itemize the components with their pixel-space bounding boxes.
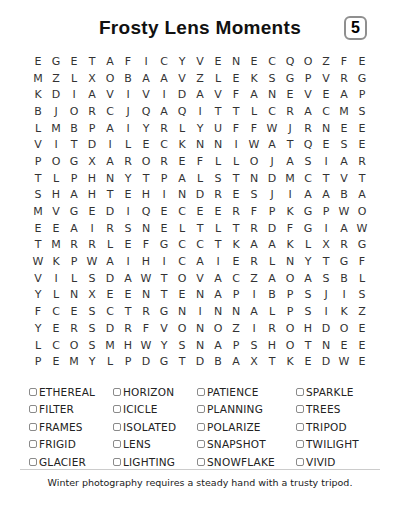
grid-cell-r15c9[interactable]: E bbox=[173, 287, 191, 304]
grid-cell-r18c18[interactable]: E bbox=[335, 337, 353, 354]
grid-cell-r9c9[interactable]: N bbox=[173, 187, 191, 204]
word-item-frigid[interactable]: FRIGID bbox=[29, 436, 113, 454]
grid-cell-r13c12[interactable]: E bbox=[227, 253, 245, 270]
grid-cell-r19c3[interactable]: M bbox=[65, 353, 83, 370]
grid-cell-r10c4[interactable]: E bbox=[83, 203, 101, 220]
grid-cell-r9c13[interactable]: S bbox=[245, 187, 263, 204]
grid-cell-r17c2[interactable]: E bbox=[47, 320, 65, 337]
grid-cell-r13c10[interactable]: A bbox=[191, 253, 209, 270]
grid-cell-r15c14[interactable]: B bbox=[263, 287, 281, 304]
grid-cell-r4c19[interactable]: S bbox=[353, 103, 371, 120]
grid-cell-r7c19[interactable]: R bbox=[353, 153, 371, 170]
grid-cell-r19c6[interactable]: P bbox=[119, 353, 137, 370]
grid-cell-r5c11[interactable]: U bbox=[209, 120, 227, 137]
grid-cell-r17c13[interactable]: I bbox=[245, 320, 263, 337]
checkbox-icon[interactable] bbox=[29, 405, 37, 413]
word-item-glacier[interactable]: GLACIER bbox=[29, 453, 113, 471]
grid-cell-r3c14[interactable]: N bbox=[263, 86, 281, 103]
grid-cell-r1c5[interactable]: A bbox=[101, 53, 119, 70]
grid-cell-r14c15[interactable]: O bbox=[281, 270, 299, 287]
grid-cell-r14c7[interactable]: W bbox=[137, 270, 155, 287]
grid-cell-r12c7[interactable]: F bbox=[137, 237, 155, 254]
grid-cell-r19c16[interactable]: E bbox=[299, 353, 317, 370]
grid-cell-r10c5[interactable]: D bbox=[101, 203, 119, 220]
grid-cell-r3c13[interactable]: A bbox=[245, 86, 263, 103]
grid-cell-r9c1[interactable]: S bbox=[29, 187, 47, 204]
checkbox-icon[interactable] bbox=[113, 423, 121, 431]
grid-cell-r17c6[interactable]: R bbox=[119, 320, 137, 337]
grid-cell-r11c2[interactable]: E bbox=[47, 220, 65, 237]
word-item-horizon[interactable]: HORIZON bbox=[113, 383, 197, 401]
grid-cell-r2c6[interactable]: B bbox=[119, 70, 137, 87]
grid-cell-r14c17[interactable]: S bbox=[317, 270, 335, 287]
grid-cell-r5c8[interactable]: R bbox=[155, 120, 173, 137]
grid-cell-r11c12[interactable]: T bbox=[227, 220, 245, 237]
grid-cell-r13c18[interactable]: G bbox=[335, 253, 353, 270]
grid-cell-r13c2[interactable]: K bbox=[47, 253, 65, 270]
grid-cell-r5c6[interactable]: I bbox=[119, 120, 137, 137]
grid-cell-r7c9[interactable]: E bbox=[173, 153, 191, 170]
grid-cell-r1c18[interactable]: F bbox=[335, 53, 353, 70]
grid-cell-r13c3[interactable]: P bbox=[65, 253, 83, 270]
grid-cell-r10c8[interactable]: E bbox=[155, 203, 173, 220]
grid-cell-r15c10[interactable]: N bbox=[191, 287, 209, 304]
grid-cell-r5c18[interactable]: E bbox=[335, 120, 353, 137]
grid-cell-r3c5[interactable]: V bbox=[101, 86, 119, 103]
grid-cell-r9c4[interactable]: H bbox=[83, 187, 101, 204]
grid-cell-r19c12[interactable]: A bbox=[227, 353, 245, 370]
grid-cell-r14c2[interactable]: I bbox=[47, 270, 65, 287]
grid-cell-r14c18[interactable]: B bbox=[335, 270, 353, 287]
grid-cell-r11c1[interactable]: E bbox=[29, 220, 47, 237]
grid-cell-r4c6[interactable]: J bbox=[119, 103, 137, 120]
checkbox-icon[interactable] bbox=[29, 388, 37, 396]
grid-cell-r1c2[interactable]: G bbox=[47, 53, 65, 70]
grid-cell-r3c6[interactable]: I bbox=[119, 86, 137, 103]
grid-cell-r5c7[interactable]: Y bbox=[137, 120, 155, 137]
grid-cell-r1c16[interactable]: O bbox=[299, 53, 317, 70]
grid-cell-r18c19[interactable]: E bbox=[353, 337, 371, 354]
grid-cell-r7c4[interactable]: X bbox=[83, 153, 101, 170]
grid-cell-r7c7[interactable]: O bbox=[137, 153, 155, 170]
grid-cell-r13c4[interactable]: W bbox=[83, 253, 101, 270]
word-item-ethereal[interactable]: ETHEREAL bbox=[29, 383, 113, 401]
checkbox-icon[interactable] bbox=[296, 405, 304, 413]
grid-cell-r12c2[interactable]: M bbox=[47, 237, 65, 254]
grid-cell-r2c8[interactable]: A bbox=[155, 70, 173, 87]
grid-cell-r18c8[interactable]: Y bbox=[155, 337, 173, 354]
grid-cell-r16c13[interactable]: A bbox=[245, 303, 263, 320]
grid-cell-r6c5[interactable]: I bbox=[101, 136, 119, 153]
grid-cell-r5c17[interactable]: N bbox=[317, 120, 335, 137]
grid-cell-r3c4[interactable]: A bbox=[83, 86, 101, 103]
grid-cell-r15c19[interactable]: S bbox=[353, 287, 371, 304]
grid-cell-r8c13[interactable]: N bbox=[245, 170, 263, 187]
grid-cell-r9c15[interactable]: I bbox=[281, 187, 299, 204]
grid-cell-r13c15[interactable]: N bbox=[281, 253, 299, 270]
grid-cell-r13c16[interactable]: Y bbox=[299, 253, 317, 270]
grid-cell-r3c15[interactable]: E bbox=[281, 86, 299, 103]
word-item-tripod[interactable]: TRIPOD bbox=[296, 418, 392, 436]
grid-cell-r5c3[interactable]: B bbox=[65, 120, 83, 137]
grid-cell-r3c9[interactable]: D bbox=[173, 86, 191, 103]
grid-cell-r8c10[interactable]: L bbox=[191, 170, 209, 187]
grid-cell-r13c1[interactable]: W bbox=[29, 253, 47, 270]
grid-cell-r2c11[interactable]: L bbox=[209, 70, 227, 87]
grid-cell-r10c1[interactable]: M bbox=[29, 203, 47, 220]
grid-cell-r16c6[interactable]: T bbox=[119, 303, 137, 320]
grid-cell-r17c1[interactable]: Y bbox=[29, 320, 47, 337]
grid-cell-r2c12[interactable]: E bbox=[227, 70, 245, 87]
word-item-vivid[interactable]: VIVID bbox=[296, 453, 392, 471]
grid-cell-r4c11[interactable]: T bbox=[209, 103, 227, 120]
grid-cell-r4c16[interactable]: A bbox=[299, 103, 317, 120]
grid-cell-r15c17[interactable]: J bbox=[317, 287, 335, 304]
grid-cell-r2c7[interactable]: A bbox=[137, 70, 155, 87]
grid-cell-r9c16[interactable]: A bbox=[299, 187, 317, 204]
grid-cell-r18c3[interactable]: O bbox=[65, 337, 83, 354]
grid-cell-r16c10[interactable]: I bbox=[191, 303, 209, 320]
grid-cell-r17c17[interactable]: D bbox=[317, 320, 335, 337]
grid-cell-r17c9[interactable]: O bbox=[173, 320, 191, 337]
word-item-frames[interactable]: FRAMES bbox=[29, 418, 113, 436]
grid-cell-r12c15[interactable]: K bbox=[281, 237, 299, 254]
grid-cell-r11c15[interactable]: F bbox=[281, 220, 299, 237]
grid-cell-r12c10[interactable]: C bbox=[191, 237, 209, 254]
grid-cell-r4c1[interactable]: B bbox=[29, 103, 47, 120]
grid-cell-r10c2[interactable]: V bbox=[47, 203, 65, 220]
grid-cell-r15c3[interactable]: N bbox=[65, 287, 83, 304]
grid-cell-r15c8[interactable]: T bbox=[155, 287, 173, 304]
grid-cell-r1c4[interactable]: T bbox=[83, 53, 101, 70]
grid-cell-r6c7[interactable]: E bbox=[137, 136, 155, 153]
grid-cell-r18c2[interactable]: C bbox=[47, 337, 65, 354]
grid-cell-r14c12[interactable]: C bbox=[227, 270, 245, 287]
word-item-lighting[interactable]: LIGHTING bbox=[113, 453, 197, 471]
grid-cell-r3c11[interactable]: V bbox=[209, 86, 227, 103]
grid-cell-r18c16[interactable]: T bbox=[299, 337, 317, 354]
grid-cell-r5c13[interactable]: F bbox=[245, 120, 263, 137]
grid-cell-r16c12[interactable]: N bbox=[227, 303, 245, 320]
grid-cell-r3c7[interactable]: V bbox=[137, 86, 155, 103]
grid-cell-r9c8[interactable]: I bbox=[155, 187, 173, 204]
word-item-isolated[interactable]: ISOLATED bbox=[113, 418, 197, 436]
grid-cell-r11c17[interactable]: I bbox=[317, 220, 335, 237]
grid-cell-r19c11[interactable]: B bbox=[209, 353, 227, 370]
grid-cell-r16c8[interactable]: G bbox=[155, 303, 173, 320]
checkbox-icon[interactable] bbox=[296, 388, 304, 396]
grid-cell-r9c5[interactable]: T bbox=[101, 187, 119, 204]
grid-cell-r1c8[interactable]: C bbox=[155, 53, 173, 70]
grid-cell-r14c3[interactable]: L bbox=[65, 270, 83, 287]
grid-cell-r8c16[interactable]: C bbox=[299, 170, 317, 187]
grid-cell-r9c7[interactable]: H bbox=[137, 187, 155, 204]
grid-cell-r4c7[interactable]: Q bbox=[137, 103, 155, 120]
grid-cell-r19c1[interactable]: P bbox=[29, 353, 47, 370]
grid-cell-r2c15[interactable]: G bbox=[281, 70, 299, 87]
grid-cell-r16c3[interactable]: E bbox=[65, 303, 83, 320]
grid-cell-r12c1[interactable]: T bbox=[29, 237, 47, 254]
grid-cell-r3c16[interactable]: V bbox=[299, 86, 317, 103]
grid-cell-r6c10[interactable]: N bbox=[191, 136, 209, 153]
grid-cell-r7c2[interactable]: O bbox=[47, 153, 65, 170]
grid-cell-r9c14[interactable]: J bbox=[263, 187, 281, 204]
grid-cell-r4c18[interactable]: M bbox=[335, 103, 353, 120]
grid-cell-r7c3[interactable]: G bbox=[65, 153, 83, 170]
grid-cell-r7c10[interactable]: F bbox=[191, 153, 209, 170]
grid-cell-r11c8[interactable]: E bbox=[155, 220, 173, 237]
grid-cell-r15c6[interactable]: E bbox=[119, 287, 137, 304]
grid-cell-r5c14[interactable]: W bbox=[263, 120, 281, 137]
grid-cell-r13c8[interactable]: I bbox=[155, 253, 173, 270]
grid-cell-r16c4[interactable]: S bbox=[83, 303, 101, 320]
grid-cell-r15c11[interactable]: A bbox=[209, 287, 227, 304]
grid-cell-r5c10[interactable]: Y bbox=[191, 120, 209, 137]
grid-cell-r5c1[interactable]: L bbox=[29, 120, 47, 137]
grid-cell-r7c14[interactable]: J bbox=[263, 153, 281, 170]
grid-cell-r18c10[interactable]: N bbox=[191, 337, 209, 354]
grid-cell-r1c3[interactable]: E bbox=[65, 53, 83, 70]
grid-cell-r4c14[interactable]: C bbox=[263, 103, 281, 120]
grid-cell-r6c9[interactable]: K bbox=[173, 136, 191, 153]
grid-cell-r12c13[interactable]: A bbox=[245, 237, 263, 254]
grid-cell-r3c17[interactable]: E bbox=[317, 86, 335, 103]
grid-cell-r11c3[interactable]: A bbox=[65, 220, 83, 237]
word-item-patience[interactable]: PATIENCE bbox=[197, 383, 296, 401]
grid-cell-r11c4[interactable]: I bbox=[83, 220, 101, 237]
grid-cell-r11c14[interactable]: D bbox=[263, 220, 281, 237]
grid-cell-r19c10[interactable]: D bbox=[191, 353, 209, 370]
grid-cell-r1c17[interactable]: Z bbox=[317, 53, 335, 70]
grid-cell-r2c4[interactable]: X bbox=[83, 70, 101, 87]
grid-cell-r8c15[interactable]: M bbox=[281, 170, 299, 187]
checkbox-icon[interactable] bbox=[113, 458, 121, 466]
grid-cell-r4c9[interactable]: Q bbox=[173, 103, 191, 120]
grid-cell-r10c7[interactable]: Q bbox=[137, 203, 155, 220]
grid-cell-r2c13[interactable]: K bbox=[245, 70, 263, 87]
grid-cell-r10c14[interactable]: P bbox=[263, 203, 281, 220]
grid-cell-r4c17[interactable]: C bbox=[317, 103, 335, 120]
grid-cell-r9c10[interactable]: D bbox=[191, 187, 209, 204]
grid-cell-r10c12[interactable]: R bbox=[227, 203, 245, 220]
grid-cell-r12c18[interactable]: R bbox=[335, 237, 353, 254]
grid-cell-r18c9[interactable]: S bbox=[173, 337, 191, 354]
grid-cell-r16c17[interactable]: I bbox=[317, 303, 335, 320]
grid-cell-r7c13[interactable]: O bbox=[245, 153, 263, 170]
grid-cell-r17c11[interactable]: O bbox=[209, 320, 227, 337]
grid-cell-r14c11[interactable]: A bbox=[209, 270, 227, 287]
grid-cell-r18c4[interactable]: S bbox=[83, 337, 101, 354]
word-item-trees[interactable]: TREES bbox=[296, 401, 392, 419]
checkbox-icon[interactable] bbox=[113, 440, 121, 448]
grid-cell-r2c5[interactable]: O bbox=[101, 70, 119, 87]
grid-cell-r8c2[interactable]: L bbox=[47, 170, 65, 187]
word-item-sparkle[interactable]: SPARKLE bbox=[296, 383, 392, 401]
grid-cell-r6c11[interactable]: N bbox=[209, 136, 227, 153]
grid-cell-r2c18[interactable]: R bbox=[335, 70, 353, 87]
grid-cell-r10c15[interactable]: K bbox=[281, 203, 299, 220]
word-item-twilight[interactable]: TWILIGHT bbox=[296, 436, 392, 454]
grid-cell-r4c8[interactable]: A bbox=[155, 103, 173, 120]
grid-cell-r16c2[interactable]: C bbox=[47, 303, 65, 320]
grid-cell-r2c17[interactable]: V bbox=[317, 70, 335, 87]
grid-cell-r17c12[interactable]: Z bbox=[227, 320, 245, 337]
grid-cell-r4c5[interactable]: C bbox=[101, 103, 119, 120]
grid-cell-r5c19[interactable]: E bbox=[353, 120, 371, 137]
grid-cell-r10c17[interactable]: P bbox=[317, 203, 335, 220]
grid-cell-r14c4[interactable]: S bbox=[83, 270, 101, 287]
grid-cell-r8c17[interactable]: T bbox=[317, 170, 335, 187]
grid-cell-r19c2[interactable]: E bbox=[47, 353, 65, 370]
grid-cell-r15c1[interactable]: Y bbox=[29, 287, 47, 304]
grid-cell-r10c3[interactable]: G bbox=[65, 203, 83, 220]
grid-cell-r19c17[interactable]: D bbox=[317, 353, 335, 370]
grid-cell-r11c7[interactable]: N bbox=[137, 220, 155, 237]
grid-cell-r16c19[interactable]: Z bbox=[353, 303, 371, 320]
grid-cell-r6c6[interactable]: L bbox=[119, 136, 137, 153]
grid-cell-r15c16[interactable]: S bbox=[299, 287, 317, 304]
word-item-icicle[interactable]: ICICLE bbox=[113, 401, 197, 419]
grid-cell-r3c18[interactable]: A bbox=[335, 86, 353, 103]
grid-cell-r6c8[interactable]: C bbox=[155, 136, 173, 153]
grid-cell-r17c8[interactable]: V bbox=[155, 320, 173, 337]
grid-cell-r15c7[interactable]: N bbox=[137, 287, 155, 304]
grid-cell-r6c4[interactable]: D bbox=[83, 136, 101, 153]
checkbox-icon[interactable] bbox=[29, 458, 37, 466]
grid-cell-r14c5[interactable]: D bbox=[101, 270, 119, 287]
grid-cell-r3c10[interactable]: A bbox=[191, 86, 209, 103]
grid-cell-r4c3[interactable]: O bbox=[65, 103, 83, 120]
word-item-planning[interactable]: PLANNING bbox=[197, 401, 296, 419]
grid-cell-r10c18[interactable]: W bbox=[335, 203, 353, 220]
grid-cell-r8c11[interactable]: S bbox=[209, 170, 227, 187]
grid-cell-r4c4[interactable]: R bbox=[83, 103, 101, 120]
grid-cell-r16c18[interactable]: K bbox=[335, 303, 353, 320]
grid-cell-r15c2[interactable]: L bbox=[47, 287, 65, 304]
grid-cell-r8c8[interactable]: P bbox=[155, 170, 173, 187]
grid-cell-r6c15[interactable]: T bbox=[281, 136, 299, 153]
grid-cell-r7c15[interactable]: A bbox=[281, 153, 299, 170]
grid-cell-r10c13[interactable]: F bbox=[245, 203, 263, 220]
word-item-lens[interactable]: LENS bbox=[113, 436, 197, 454]
checkbox-icon[interactable] bbox=[197, 458, 205, 466]
grid-cell-r14c9[interactable]: O bbox=[173, 270, 191, 287]
checkbox-icon[interactable] bbox=[197, 423, 205, 431]
grid-cell-r3c8[interactable]: I bbox=[155, 86, 173, 103]
grid-cell-r7c1[interactable]: P bbox=[29, 153, 47, 170]
grid-cell-r18c5[interactable]: M bbox=[101, 337, 119, 354]
grid-cell-r7c12[interactable]: L bbox=[227, 153, 245, 170]
grid-cell-r18c12[interactable]: P bbox=[227, 337, 245, 354]
grid-cell-r12c11[interactable]: T bbox=[209, 237, 227, 254]
grid-cell-r9c17[interactable]: A bbox=[317, 187, 335, 204]
grid-cell-r19c5[interactable]: L bbox=[101, 353, 119, 370]
grid-cell-r11c10[interactable]: T bbox=[191, 220, 209, 237]
grid-cell-r7c17[interactable]: I bbox=[317, 153, 335, 170]
grid-cell-r5c16[interactable]: R bbox=[299, 120, 317, 137]
grid-cell-r11c9[interactable]: L bbox=[173, 220, 191, 237]
checkbox-icon[interactable] bbox=[296, 440, 304, 448]
grid-cell-r14c10[interactable]: V bbox=[191, 270, 209, 287]
grid-cell-r8c3[interactable]: P bbox=[65, 170, 83, 187]
grid-cell-r19c13[interactable]: X bbox=[245, 353, 263, 370]
grid-cell-r3c1[interactable]: K bbox=[29, 86, 47, 103]
checkbox-icon[interactable] bbox=[113, 405, 121, 413]
grid-cell-r1c1[interactable]: E bbox=[29, 53, 47, 70]
grid-cell-r13c7[interactable]: H bbox=[137, 253, 155, 270]
grid-cell-r12c14[interactable]: A bbox=[263, 237, 281, 254]
grid-cell-r7c18[interactable]: A bbox=[335, 153, 353, 170]
grid-cell-r16c15[interactable]: P bbox=[281, 303, 299, 320]
grid-cell-r2c9[interactable]: V bbox=[173, 70, 191, 87]
grid-cell-r19c7[interactable]: D bbox=[137, 353, 155, 370]
grid-cell-r15c5[interactable]: E bbox=[101, 287, 119, 304]
grid-cell-r17c18[interactable]: O bbox=[335, 320, 353, 337]
grid-cell-r14c6[interactable]: A bbox=[119, 270, 137, 287]
grid-cell-r16c9[interactable]: N bbox=[173, 303, 191, 320]
grid-cell-r6c17[interactable]: E bbox=[317, 136, 335, 153]
checkbox-icon[interactable] bbox=[296, 458, 304, 466]
word-item-snowflake[interactable]: SNOWFLAKE bbox=[197, 453, 296, 471]
grid-cell-r6c2[interactable]: I bbox=[47, 136, 65, 153]
grid-cell-r2c10[interactable]: Z bbox=[191, 70, 209, 87]
grid-cell-r5c12[interactable]: F bbox=[227, 120, 245, 137]
grid-cell-r19c14[interactable]: T bbox=[263, 353, 281, 370]
checkbox-icon[interactable] bbox=[197, 440, 205, 448]
grid-cell-r8c5[interactable]: N bbox=[101, 170, 119, 187]
grid-cell-r17c14[interactable]: R bbox=[263, 320, 281, 337]
grid-cell-r10c9[interactable]: C bbox=[173, 203, 191, 220]
grid-cell-r14c8[interactable]: T bbox=[155, 270, 173, 287]
grid-cell-r16c16[interactable]: S bbox=[299, 303, 317, 320]
grid-cell-r15c13[interactable]: I bbox=[245, 287, 263, 304]
grid-cell-r12c4[interactable]: R bbox=[83, 237, 101, 254]
grid-cell-r8c7[interactable]: T bbox=[137, 170, 155, 187]
grid-cell-r12c19[interactable]: G bbox=[353, 237, 371, 254]
grid-cell-r9c12[interactable]: E bbox=[227, 187, 245, 204]
grid-cell-r2c16[interactable]: P bbox=[299, 70, 317, 87]
grid-cell-r5c4[interactable]: P bbox=[83, 120, 101, 137]
grid-cell-r5c9[interactable]: L bbox=[173, 120, 191, 137]
grid-cell-r9c6[interactable]: E bbox=[119, 187, 137, 204]
grid-cell-r2c19[interactable]: G bbox=[353, 70, 371, 87]
checkbox-icon[interactable] bbox=[29, 423, 37, 431]
grid-cell-r9c19[interactable]: A bbox=[353, 187, 371, 204]
grid-cell-r9c18[interactable]: B bbox=[335, 187, 353, 204]
grid-cell-r18c15[interactable]: O bbox=[281, 337, 299, 354]
grid-cell-r13c14[interactable]: L bbox=[263, 253, 281, 270]
grid-cell-r19c18[interactable]: W bbox=[335, 353, 353, 370]
grid-cell-r9c3[interactable]: A bbox=[65, 187, 83, 204]
grid-cell-r16c7[interactable]: R bbox=[137, 303, 155, 320]
grid-cell-r8c9[interactable]: A bbox=[173, 170, 191, 187]
grid-cell-r4c10[interactable]: I bbox=[191, 103, 209, 120]
grid-cell-r12c3[interactable]: R bbox=[65, 237, 83, 254]
grid-cell-r6c12[interactable]: I bbox=[227, 136, 245, 153]
grid-cell-r17c19[interactable]: E bbox=[353, 320, 371, 337]
grid-cell-r13c5[interactable]: A bbox=[101, 253, 119, 270]
grid-cell-r7c16[interactable]: S bbox=[299, 153, 317, 170]
grid-cell-r10c11[interactable]: E bbox=[209, 203, 227, 220]
word-item-filter[interactable]: FILTER bbox=[29, 401, 113, 419]
grid-cell-r7c11[interactable]: L bbox=[209, 153, 227, 170]
grid-cell-r7c8[interactable]: R bbox=[155, 153, 173, 170]
checkbox-icon[interactable] bbox=[296, 423, 304, 431]
grid-cell-r12c12[interactable]: K bbox=[227, 237, 245, 254]
grid-cell-r3c3[interactable]: I bbox=[65, 86, 83, 103]
grid-cell-r16c1[interactable]: F bbox=[29, 303, 47, 320]
grid-cell-r11c11[interactable]: L bbox=[209, 220, 227, 237]
